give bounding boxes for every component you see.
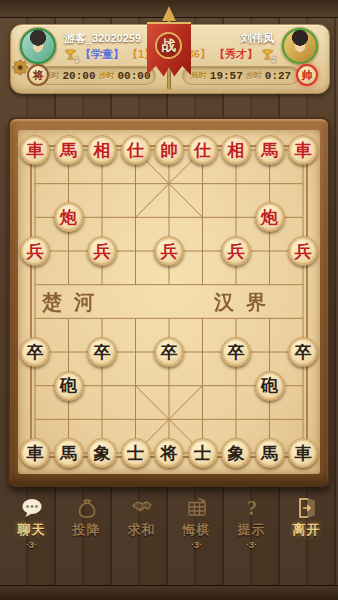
board-piece-black-士[interactable]: 士 [121, 438, 151, 468]
toolbar-handshake-button[interactable]: 求和 [117, 496, 167, 568]
board-piece-black-象[interactable]: 象 [221, 438, 251, 468]
board-piece-black-砲[interactable]: 砲 [255, 371, 285, 401]
right-timer: 局时 19:57 步时 0:27 [182, 66, 300, 85]
right-player-badges: 【36】 【秀才】 2 [177, 47, 274, 62]
red-general-disc-icon: 帅 [296, 64, 318, 86]
board-piece-red-相[interactable]: 相 [87, 135, 117, 165]
board-piece-red-兵[interactable]: 兵 [154, 236, 184, 266]
handshake-icon [130, 496, 154, 520]
board-piece-black-砲[interactable]: 砲 [54, 371, 84, 401]
board-piece-red-兵[interactable]: 兵 [288, 236, 318, 266]
toolbar-surrender-button[interactable]: 投降 [62, 496, 112, 568]
right-player-avatar[interactable] [282, 28, 318, 64]
board-piece-red-車[interactable]: 車 [20, 135, 50, 165]
board-piece-black-卒[interactable]: 卒 [20, 337, 50, 367]
board-piece-black-象[interactable]: 象 [87, 438, 117, 468]
left-step-time: 00:00 [118, 70, 151, 82]
chat-icon [20, 496, 44, 520]
xiangqi-board[interactable]: 楚河 汉界 車馬相仕帥仕相馬車炮炮兵兵兵兵兵卒卒卒卒卒砲砲車馬象士将士象馬車 [18, 130, 320, 474]
trophy-icon: 1 [64, 48, 77, 61]
board-piece-red-炮[interactable]: 炮 [54, 202, 84, 232]
bottom-toolbar: 聊天·3·投降求和悔棋·3·?提示·3·离开 [0, 496, 338, 568]
board-piece-black-士[interactable]: 士 [188, 438, 218, 468]
right-step-time: 0:27 [265, 70, 291, 82]
undo-icon [185, 496, 209, 520]
board-piece-black-卒[interactable]: 卒 [87, 337, 117, 367]
black-general-disc-icon: 将 [27, 64, 49, 86]
river-label-right: 汉界 [214, 287, 278, 317]
right-player-rank: 【秀才】 [214, 47, 258, 62]
board-piece-black-将[interactable]: 将 [154, 438, 184, 468]
board-piece-black-卒[interactable]: 卒 [288, 337, 318, 367]
bottom-wood-beam [0, 585, 338, 600]
board-piece-red-仕[interactable]: 仕 [121, 135, 151, 165]
board-piece-red-炮[interactable]: 炮 [255, 202, 285, 232]
board-piece-black-馬[interactable]: 馬 [54, 438, 84, 468]
board-piece-red-馬[interactable]: 馬 [54, 135, 84, 165]
board-piece-red-相[interactable]: 相 [221, 135, 251, 165]
banner-battle-char: 战 [155, 32, 182, 59]
left-player-rank: 【学童】 [80, 47, 124, 62]
hint-icon: ? [240, 496, 264, 520]
river-label-left: 楚河 [42, 287, 106, 317]
board-piece-red-車[interactable]: 車 [288, 135, 318, 165]
board-piece-red-兵[interactable]: 兵 [20, 236, 50, 266]
right-game-time: 19:57 [210, 70, 243, 82]
surrender-icon [75, 496, 99, 520]
board-piece-red-兵[interactable]: 兵 [221, 236, 251, 266]
board-piece-black-卒[interactable]: 卒 [154, 337, 184, 367]
spear-tip-icon [162, 6, 176, 21]
left-game-time: 20:00 [62, 70, 95, 82]
board-piece-red-帥[interactable]: 帥 [154, 135, 184, 165]
exit-icon [295, 496, 319, 520]
board-piece-black-卒[interactable]: 卒 [221, 337, 251, 367]
board-piece-red-兵[interactable]: 兵 [87, 236, 117, 266]
board-piece-red-馬[interactable]: 馬 [255, 135, 285, 165]
board-piece-black-車[interactable]: 車 [20, 438, 50, 468]
toolbar-hint-button[interactable]: ?提示·3· [227, 496, 277, 568]
board-piece-black-馬[interactable]: 馬 [255, 438, 285, 468]
board-piece-black-車[interactable]: 車 [288, 438, 318, 468]
battle-banner: 战 [147, 6, 191, 92]
trophy-icon: 2 [261, 48, 274, 61]
toolbar-chat-button[interactable]: 聊天·3· [7, 496, 57, 568]
board-piece-red-仕[interactable]: 仕 [188, 135, 218, 165]
toolbar-exit-button[interactable]: 离开 [282, 496, 332, 568]
left-timer: 局时 20:00 步时 00:00 [38, 66, 156, 85]
left-player-badges: 1 【学童】 【1】 [64, 47, 155, 62]
svg-text:?: ? [247, 497, 257, 519]
toolbar-undo-button[interactable]: 悔棋·3· [172, 496, 222, 568]
